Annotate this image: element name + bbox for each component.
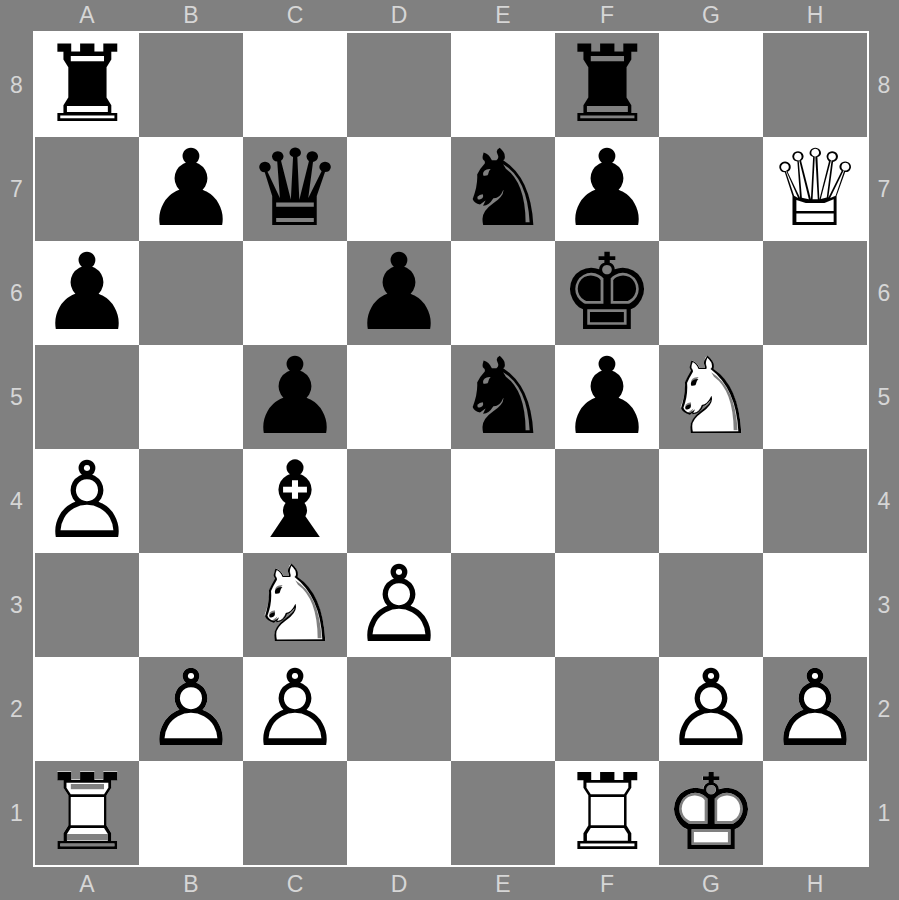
square-d8[interactable] bbox=[347, 33, 451, 137]
piece-white-rook: ♜♖ bbox=[555, 761, 659, 865]
square-g5[interactable]: ♞♘ bbox=[659, 345, 763, 449]
square-f8[interactable]: ♜ bbox=[555, 33, 659, 137]
piece-white-pawn: ♟︎♙ bbox=[243, 657, 347, 761]
white-piece-outline-layer: ♕ bbox=[763, 137, 867, 241]
square-f6[interactable]: ♚ bbox=[555, 241, 659, 345]
square-h8[interactable] bbox=[763, 33, 867, 137]
file-label-top-g: G bbox=[659, 0, 763, 31]
black-piece-glyph: ♜ bbox=[555, 33, 659, 137]
piece-black-knight: ♞ bbox=[451, 345, 555, 449]
piece-white-rook: ♜♖ bbox=[35, 761, 139, 865]
rank-label-left-8: 8 bbox=[0, 33, 33, 137]
piece-black-pawn: ♟︎ bbox=[555, 345, 659, 449]
square-a7[interactable] bbox=[35, 137, 139, 241]
rank-label-left-4: 4 bbox=[0, 449, 33, 553]
file-label-top-h: H bbox=[763, 0, 867, 31]
black-piece-glyph: ♟︎ bbox=[139, 137, 243, 241]
file-label-top-e: E bbox=[451, 0, 555, 31]
piece-white-pawn: ♟︎♙ bbox=[763, 657, 867, 761]
piece-white-pawn: ♟︎♙ bbox=[139, 657, 243, 761]
square-h2[interactable]: ♟︎♙ bbox=[763, 657, 867, 761]
square-b6[interactable] bbox=[139, 241, 243, 345]
square-g7[interactable] bbox=[659, 137, 763, 241]
file-label-bottom-h: H bbox=[763, 869, 867, 900]
file-labels-top: ABCDEFGH bbox=[35, 0, 867, 31]
black-piece-glyph: ♝ bbox=[243, 449, 347, 553]
white-piece-outline-layer: ♔ bbox=[659, 761, 763, 865]
piece-white-queen: ♛♕ bbox=[763, 137, 867, 241]
piece-white-pawn: ♟︎♙ bbox=[659, 657, 763, 761]
square-g1[interactable]: ♚♔ bbox=[659, 761, 763, 865]
rank-label-right-2: 2 bbox=[869, 657, 899, 761]
black-piece-glyph: ♜ bbox=[35, 33, 139, 137]
square-c1[interactable] bbox=[243, 761, 347, 865]
file-label-top-b: B bbox=[139, 0, 243, 31]
piece-black-pawn: ♟︎ bbox=[347, 241, 451, 345]
rank-label-left-3: 3 bbox=[0, 553, 33, 657]
file-label-bottom-b: B bbox=[139, 869, 243, 900]
white-piece-outline-layer: ♖ bbox=[555, 761, 659, 865]
file-label-bottom-e: E bbox=[451, 869, 555, 900]
rank-label-right-3: 3 bbox=[869, 553, 899, 657]
chess-board: ♜♜♟︎♛♞♟︎♛♕♟︎♟︎♚♟︎♞♟︎♞♘♟︎♙♝♞♘♟︎♙♟︎♙♟︎♙♟︎♙… bbox=[33, 31, 869, 867]
square-c5[interactable]: ♟︎ bbox=[243, 345, 347, 449]
square-b8[interactable] bbox=[139, 33, 243, 137]
square-e6[interactable] bbox=[451, 241, 555, 345]
square-b5[interactable] bbox=[139, 345, 243, 449]
square-b4[interactable] bbox=[139, 449, 243, 553]
square-b1[interactable] bbox=[139, 761, 243, 865]
black-piece-glyph: ♟︎ bbox=[35, 241, 139, 345]
square-d2[interactable] bbox=[347, 657, 451, 761]
rank-label-right-6: 6 bbox=[869, 241, 899, 345]
rank-label-left-5: 5 bbox=[0, 345, 33, 449]
square-g8[interactable] bbox=[659, 33, 763, 137]
white-piece-outline-layer: ♙ bbox=[243, 657, 347, 761]
square-d6[interactable]: ♟︎ bbox=[347, 241, 451, 345]
piece-white-knight: ♞♘ bbox=[243, 553, 347, 657]
square-g4[interactable] bbox=[659, 449, 763, 553]
black-piece-glyph: ♟︎ bbox=[555, 137, 659, 241]
black-piece-glyph: ♞ bbox=[451, 345, 555, 449]
square-e2[interactable] bbox=[451, 657, 555, 761]
white-piece-outline-layer: ♙ bbox=[659, 657, 763, 761]
black-piece-glyph: ♚ bbox=[555, 241, 659, 345]
rank-labels-right: 87654321 bbox=[869, 33, 899, 865]
square-a5[interactable] bbox=[35, 345, 139, 449]
square-d5[interactable] bbox=[347, 345, 451, 449]
square-d1[interactable] bbox=[347, 761, 451, 865]
file-label-bottom-c: C bbox=[243, 869, 347, 900]
piece-black-pawn: ♟︎ bbox=[555, 137, 659, 241]
piece-black-king: ♚ bbox=[555, 241, 659, 345]
piece-black-rook: ♜ bbox=[555, 33, 659, 137]
piece-white-pawn: ♟︎♙ bbox=[35, 449, 139, 553]
square-h7[interactable]: ♛♕ bbox=[763, 137, 867, 241]
square-f4[interactable] bbox=[555, 449, 659, 553]
piece-white-pawn: ♟︎♙ bbox=[347, 553, 451, 657]
piece-white-knight: ♞♘ bbox=[659, 345, 763, 449]
square-e7[interactable]: ♞ bbox=[451, 137, 555, 241]
square-g6[interactable] bbox=[659, 241, 763, 345]
square-a4[interactable]: ♟︎♙ bbox=[35, 449, 139, 553]
piece-black-pawn: ♟︎ bbox=[139, 137, 243, 241]
square-e4[interactable] bbox=[451, 449, 555, 553]
square-c8[interactable] bbox=[243, 33, 347, 137]
square-b7[interactable]: ♟︎ bbox=[139, 137, 243, 241]
black-piece-glyph: ♞ bbox=[451, 137, 555, 241]
chess-diagram: ABCDEFGH 87654321 87654321 ABCDEFGH ♜♜♟︎… bbox=[0, 0, 899, 900]
square-f5[interactable]: ♟︎ bbox=[555, 345, 659, 449]
black-piece-glyph: ♟︎ bbox=[347, 241, 451, 345]
rank-label-right-5: 5 bbox=[869, 345, 899, 449]
white-piece-outline-layer: ♙ bbox=[139, 657, 243, 761]
square-a2[interactable] bbox=[35, 657, 139, 761]
square-c7[interactable]: ♛ bbox=[243, 137, 347, 241]
white-piece-outline-layer: ♙ bbox=[35, 449, 139, 553]
square-e5[interactable]: ♞ bbox=[451, 345, 555, 449]
white-piece-outline-layer: ♙ bbox=[347, 553, 451, 657]
rank-label-right-4: 4 bbox=[869, 449, 899, 553]
square-e8[interactable] bbox=[451, 33, 555, 137]
rank-label-left-6: 6 bbox=[0, 241, 33, 345]
black-piece-glyph: ♟︎ bbox=[243, 345, 347, 449]
square-b3[interactable] bbox=[139, 553, 243, 657]
piece-white-king: ♚♔ bbox=[659, 761, 763, 865]
square-c3[interactable]: ♞♘ bbox=[243, 553, 347, 657]
square-e3[interactable] bbox=[451, 553, 555, 657]
square-b2[interactable]: ♟︎♙ bbox=[139, 657, 243, 761]
square-f1[interactable]: ♜♖ bbox=[555, 761, 659, 865]
square-d3[interactable]: ♟︎♙ bbox=[347, 553, 451, 657]
rank-label-left-2: 2 bbox=[0, 657, 33, 761]
square-f2[interactable] bbox=[555, 657, 659, 761]
square-d4[interactable] bbox=[347, 449, 451, 553]
black-piece-glyph: ♟︎ bbox=[555, 345, 659, 449]
white-piece-outline-layer: ♘ bbox=[659, 345, 763, 449]
square-f3[interactable] bbox=[555, 553, 659, 657]
square-d7[interactable] bbox=[347, 137, 451, 241]
square-a8[interactable]: ♜ bbox=[35, 33, 139, 137]
square-h6[interactable] bbox=[763, 241, 867, 345]
piece-black-knight: ♞ bbox=[451, 137, 555, 241]
rank-label-left-1: 1 bbox=[0, 761, 33, 865]
piece-black-pawn: ♟︎ bbox=[35, 241, 139, 345]
rank-label-right-7: 7 bbox=[869, 137, 899, 241]
white-piece-outline-layer: ♘ bbox=[243, 553, 347, 657]
square-f7[interactable]: ♟︎ bbox=[555, 137, 659, 241]
piece-black-queen: ♛ bbox=[243, 137, 347, 241]
square-h3[interactable] bbox=[763, 553, 867, 657]
rank-label-right-8: 8 bbox=[869, 33, 899, 137]
square-h1[interactable] bbox=[763, 761, 867, 865]
file-label-bottom-d: D bbox=[347, 869, 451, 900]
square-c4[interactable]: ♝ bbox=[243, 449, 347, 553]
file-label-top-c: C bbox=[243, 0, 347, 31]
square-e1[interactable] bbox=[451, 761, 555, 865]
square-c2[interactable]: ♟︎♙ bbox=[243, 657, 347, 761]
square-a3[interactable] bbox=[35, 553, 139, 657]
rank-labels-left: 87654321 bbox=[0, 33, 33, 865]
square-a1[interactable]: ♜♖ bbox=[35, 761, 139, 865]
black-piece-glyph: ♛ bbox=[243, 137, 347, 241]
square-h4[interactable] bbox=[763, 449, 867, 553]
piece-black-bishop: ♝ bbox=[243, 449, 347, 553]
square-g2[interactable]: ♟︎♙ bbox=[659, 657, 763, 761]
piece-black-rook: ♜ bbox=[35, 33, 139, 137]
square-g3[interactable] bbox=[659, 553, 763, 657]
rank-label-right-1: 1 bbox=[869, 761, 899, 865]
square-h5[interactable] bbox=[763, 345, 867, 449]
rank-label-left-7: 7 bbox=[0, 137, 33, 241]
square-c6[interactable] bbox=[243, 241, 347, 345]
square-a6[interactable]: ♟︎ bbox=[35, 241, 139, 345]
white-piece-outline-layer: ♙ bbox=[763, 657, 867, 761]
piece-black-pawn: ♟︎ bbox=[243, 345, 347, 449]
file-label-top-d: D bbox=[347, 0, 451, 31]
white-piece-outline-layer: ♖ bbox=[35, 761, 139, 865]
